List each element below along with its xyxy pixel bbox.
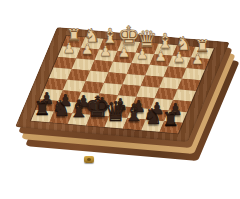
square: ♜: [160, 121, 183, 133]
brass-clasp: [84, 156, 94, 163]
chess-set-scene: ♜♞♝♚♛♝♞♜♟♟♟♟♟♟♟♟♟♟♟♟♟♟♟♟♜♞♝♚♛♝♞♜: [0, 0, 240, 199]
chess-board-grid: ♜♞♝♚♛♝♞♜♟♟♟♟♟♟♟♟♟♟♟♟♟♟♟♟♜♞♝♚♛♝♞♜: [31, 36, 214, 134]
piece-glyph: ♜: [146, 110, 194, 129]
piece-glyph: ♟: [173, 51, 221, 65]
